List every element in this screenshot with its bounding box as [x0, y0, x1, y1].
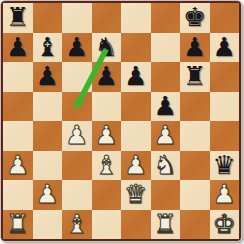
black-pawn-b6[interactable]: ♟: [33, 62, 63, 92]
square-f1[interactable]: ♜: [151, 210, 181, 240]
black-knight-d7[interactable]: ♞: [92, 33, 122, 63]
square-h6[interactable]: [210, 62, 240, 92]
black-pawn-c7[interactable]: ♟: [62, 33, 92, 63]
white-rook-a1[interactable]: ♜: [3, 210, 33, 240]
square-d3[interactable]: ♝: [92, 151, 122, 181]
square-h5[interactable]: [210, 92, 240, 122]
square-g2[interactable]: [180, 180, 210, 210]
square-c1[interactable]: ♝: [62, 210, 92, 240]
square-g8[interactable]: ♚: [180, 3, 210, 33]
square-f5[interactable]: ♟: [151, 92, 181, 122]
white-king-h1[interactable]: ♚: [210, 210, 240, 240]
square-a1[interactable]: ♜: [3, 210, 33, 240]
square-b1[interactable]: [33, 210, 63, 240]
square-c2[interactable]: [62, 180, 92, 210]
square-f8[interactable]: [151, 3, 181, 33]
square-b6[interactable]: ♟: [33, 62, 63, 92]
square-f6[interactable]: [151, 62, 181, 92]
white-pawn-a3[interactable]: ♟: [3, 151, 33, 181]
square-d7[interactable]: ♞: [92, 33, 122, 63]
square-c3[interactable]: [62, 151, 92, 181]
black-pawn-h7[interactable]: ♟: [210, 33, 240, 63]
square-a6[interactable]: [3, 62, 33, 92]
square-g7[interactable]: ♟: [180, 33, 210, 63]
square-e3[interactable]: ♟: [121, 151, 151, 181]
square-e6[interactable]: ♟: [121, 62, 151, 92]
square-d5[interactable]: [92, 92, 122, 122]
square-h1[interactable]: ♚: [210, 210, 240, 240]
square-e7[interactable]: [121, 33, 151, 63]
square-a4[interactable]: [3, 121, 33, 151]
square-a8[interactable]: ♜: [3, 3, 33, 33]
white-bishop-c1[interactable]: ♝: [62, 210, 92, 240]
white-pawn-d4[interactable]: ♟: [92, 121, 122, 151]
black-rook-a8[interactable]: ♜: [3, 3, 33, 33]
square-e2[interactable]: ♛: [121, 180, 151, 210]
black-bishop-b7[interactable]: ♝: [33, 33, 63, 63]
square-e1[interactable]: [121, 210, 151, 240]
square-a3[interactable]: ♟: [3, 151, 33, 181]
square-d4[interactable]: ♟: [92, 121, 122, 151]
square-b5[interactable]: [33, 92, 63, 122]
square-f2[interactable]: [151, 180, 181, 210]
white-bishop-d3[interactable]: ♝: [92, 151, 122, 181]
square-g1[interactable]: [180, 210, 210, 240]
square-h3[interactable]: ♛: [210, 151, 240, 181]
square-d8[interactable]: [92, 3, 122, 33]
chess-board: ♜♚♟♝♟♞♟♟♟♟♟♜♟♟♟♟♟♝♟♞♛♟♛♟♜♝♜♚: [1, 1, 241, 241]
square-d2[interactable]: [92, 180, 122, 210]
square-a5[interactable]: [3, 92, 33, 122]
white-pawn-h2[interactable]: ♟: [210, 180, 240, 210]
square-h2[interactable]: ♟: [210, 180, 240, 210]
square-h8[interactable]: [210, 3, 240, 33]
chess-diagram-frame: ♜♚♟♝♟♞♟♟♟♟♟♜♟♟♟♟♟♝♟♞♛♟♛♟♜♝♜♚: [0, 0, 242, 242]
black-pawn-a7[interactable]: ♟: [3, 33, 33, 63]
square-b4[interactable]: [33, 121, 63, 151]
white-pawn-c4[interactable]: ♟: [62, 121, 92, 151]
square-e4[interactable]: [121, 121, 151, 151]
square-b8[interactable]: [33, 3, 63, 33]
square-h7[interactable]: ♟: [210, 33, 240, 63]
black-rook-g6[interactable]: ♜: [180, 62, 210, 92]
white-knight-f3[interactable]: ♞: [151, 151, 181, 181]
square-f4[interactable]: ♟: [151, 121, 181, 151]
black-pawn-f5[interactable]: ♟: [151, 92, 181, 122]
square-g3[interactable]: [180, 151, 210, 181]
white-pawn-b2[interactable]: ♟: [33, 180, 63, 210]
black-queen-h3[interactable]: ♛: [210, 151, 240, 181]
square-d1[interactable]: [92, 210, 122, 240]
square-a2[interactable]: [3, 180, 33, 210]
square-d6[interactable]: ♟: [92, 62, 122, 92]
square-c4[interactable]: ♟: [62, 121, 92, 151]
square-b3[interactable]: [33, 151, 63, 181]
white-pawn-e3[interactable]: ♟: [121, 151, 151, 181]
square-c6[interactable]: [62, 62, 92, 92]
square-g5[interactable]: [180, 92, 210, 122]
square-g6[interactable]: ♜: [180, 62, 210, 92]
black-pawn-e6[interactable]: ♟: [121, 62, 151, 92]
black-pawn-g7[interactable]: ♟: [180, 33, 210, 63]
square-b2[interactable]: ♟: [33, 180, 63, 210]
square-c5[interactable]: [62, 92, 92, 122]
white-rook-f1[interactable]: ♜: [151, 210, 181, 240]
square-g4[interactable]: [180, 121, 210, 151]
square-h4[interactable]: [210, 121, 240, 151]
square-b7[interactable]: ♝: [33, 33, 63, 63]
white-pawn-f4[interactable]: ♟: [151, 121, 181, 151]
square-f3[interactable]: ♞: [151, 151, 181, 181]
square-e8[interactable]: [121, 3, 151, 33]
square-f7[interactable]: [151, 33, 181, 63]
square-a7[interactable]: ♟: [3, 33, 33, 63]
black-king-g8[interactable]: ♚: [180, 3, 210, 33]
white-queen-e2[interactable]: ♛: [121, 180, 151, 210]
square-c8[interactable]: [62, 3, 92, 33]
square-c7[interactable]: ♟: [62, 33, 92, 63]
black-pawn-d6[interactable]: ♟: [92, 62, 122, 92]
square-e5[interactable]: [121, 92, 151, 122]
